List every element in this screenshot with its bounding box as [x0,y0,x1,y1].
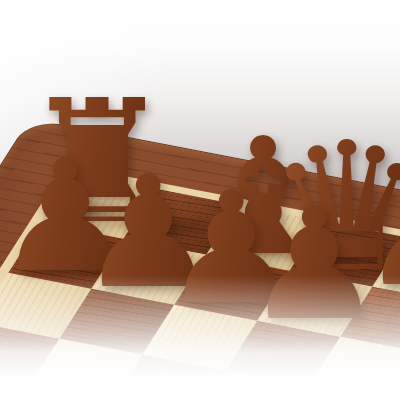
chess-product-photo: ♜♞♝♛♟♟♟♟♟ [0,0,400,400]
bottom-white-fade [0,275,400,400]
